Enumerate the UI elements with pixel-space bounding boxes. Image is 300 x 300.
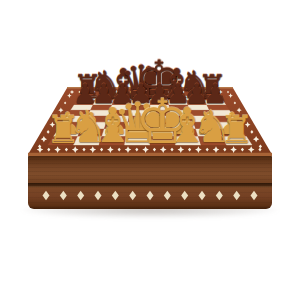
base-diamond-inlay bbox=[60, 191, 67, 201]
base-diamond-inlay bbox=[95, 191, 102, 201]
base-diamond-inlay bbox=[251, 191, 258, 201]
base-diamond-inlay bbox=[233, 191, 240, 201]
base-diamond-inlay bbox=[77, 191, 84, 201]
base-diamond-inlay bbox=[147, 191, 154, 201]
base-diamond-inlay bbox=[164, 191, 171, 201]
piece-white-rook[interactable]: ♜ bbox=[220, 111, 254, 149]
chess-set-photo: ♜♞♝♛♚♝♞♜♟♟♟♟♟♟♟♟♟♟♟♟♟♟♟♟♜♞♝♛♚♝♞♜ bbox=[0, 0, 300, 300]
base-diamond-inlay bbox=[216, 191, 223, 201]
base-diamond-inlay bbox=[181, 191, 188, 201]
base-diamond-inlay bbox=[199, 191, 206, 201]
base-diamond-inlay bbox=[43, 191, 50, 201]
base-diamond-inlay bbox=[112, 191, 119, 201]
base-diamond-inlay bbox=[129, 191, 136, 201]
